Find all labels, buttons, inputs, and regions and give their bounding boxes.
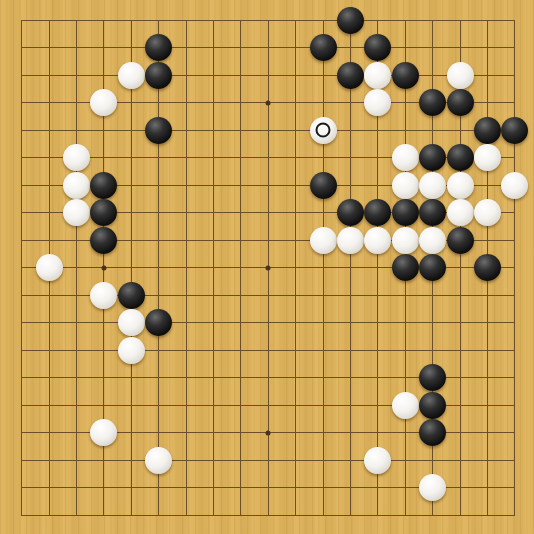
black-stone bbox=[419, 254, 446, 281]
white-stone bbox=[118, 309, 145, 336]
black-stone bbox=[419, 419, 446, 446]
black-stone bbox=[447, 144, 474, 171]
black-stone bbox=[337, 7, 364, 34]
star-point bbox=[266, 100, 271, 105]
white-stone bbox=[474, 144, 501, 171]
star-point bbox=[266, 430, 271, 435]
white-stone bbox=[118, 62, 145, 89]
white-stone bbox=[90, 419, 117, 446]
black-stone bbox=[392, 199, 419, 226]
black-stone bbox=[419, 392, 446, 419]
grid-line bbox=[350, 20, 351, 516]
grid-line bbox=[21, 322, 515, 323]
black-stone bbox=[145, 309, 172, 336]
white-stone bbox=[63, 172, 90, 199]
white-stone bbox=[337, 227, 364, 254]
white-stone bbox=[63, 199, 90, 226]
black-stone bbox=[392, 254, 419, 281]
black-stone bbox=[145, 117, 172, 144]
black-stone bbox=[364, 34, 391, 61]
black-stone bbox=[90, 227, 117, 254]
white-stone bbox=[90, 282, 117, 309]
white-stone bbox=[392, 227, 419, 254]
black-stone bbox=[364, 199, 391, 226]
black-stone bbox=[90, 199, 117, 226]
white-stone bbox=[447, 199, 474, 226]
white-stone bbox=[63, 144, 90, 171]
black-stone bbox=[447, 227, 474, 254]
white-stone bbox=[501, 172, 528, 199]
white-stone bbox=[419, 474, 446, 501]
white-stone bbox=[392, 144, 419, 171]
white-stone bbox=[310, 117, 337, 144]
grid-line bbox=[514, 20, 515, 516]
black-stone bbox=[419, 199, 446, 226]
white-stone bbox=[419, 172, 446, 199]
black-stone bbox=[118, 282, 145, 309]
white-stone bbox=[392, 392, 419, 419]
black-stone bbox=[337, 199, 364, 226]
last-move-marker bbox=[316, 123, 331, 138]
white-stone bbox=[36, 254, 63, 281]
black-stone bbox=[501, 117, 528, 144]
black-stone bbox=[145, 62, 172, 89]
white-stone bbox=[364, 62, 391, 89]
black-stone bbox=[474, 117, 501, 144]
white-stone bbox=[118, 337, 145, 364]
white-stone bbox=[419, 227, 446, 254]
black-stone bbox=[90, 172, 117, 199]
white-stone bbox=[447, 172, 474, 199]
grid-line bbox=[21, 515, 515, 516]
black-stone bbox=[419, 364, 446, 391]
black-stone bbox=[310, 34, 337, 61]
black-stone bbox=[419, 144, 446, 171]
white-stone bbox=[474, 199, 501, 226]
grid-line bbox=[21, 350, 515, 351]
white-stone bbox=[392, 172, 419, 199]
black-stone bbox=[145, 34, 172, 61]
black-stone bbox=[419, 89, 446, 116]
star-point bbox=[101, 265, 106, 270]
grid-line bbox=[295, 20, 296, 516]
star-point bbox=[266, 265, 271, 270]
white-stone bbox=[145, 447, 172, 474]
black-stone bbox=[447, 89, 474, 116]
grid-line bbox=[21, 460, 515, 461]
white-stone bbox=[364, 89, 391, 116]
white-stone bbox=[364, 227, 391, 254]
grid-line bbox=[323, 20, 324, 516]
black-stone bbox=[392, 62, 419, 89]
go-board[interactable] bbox=[0, 0, 534, 534]
black-stone bbox=[474, 254, 501, 281]
white-stone bbox=[447, 62, 474, 89]
black-stone bbox=[337, 62, 364, 89]
white-stone bbox=[90, 89, 117, 116]
black-stone bbox=[310, 172, 337, 199]
white-stone bbox=[310, 227, 337, 254]
white-stone bbox=[364, 447, 391, 474]
